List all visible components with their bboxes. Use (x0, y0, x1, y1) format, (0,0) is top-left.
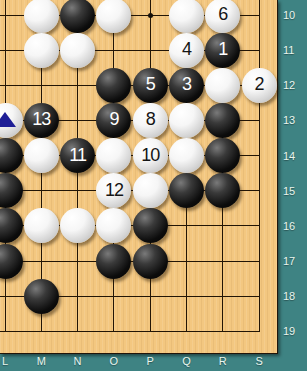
stone-L15-black[interactable] (0, 173, 23, 208)
column-label-P: P (141, 356, 159, 367)
stone-M18-black[interactable] (24, 279, 59, 314)
move-number-13: 13 (32, 110, 50, 128)
stone-N14-black[interactable]: 11 (60, 138, 95, 173)
stone-R13-black[interactable] (205, 103, 240, 138)
stone-P14-white[interactable]: 10 (133, 138, 168, 173)
move-number-11: 11 (69, 146, 86, 164)
move-number-2: 2 (255, 75, 264, 93)
stone-R14-black[interactable] (205, 138, 240, 173)
stone-P16-black[interactable] (133, 208, 168, 243)
row-label-18: 18 (283, 291, 307, 302)
column-label-S: S (250, 356, 268, 367)
stone-N16-white[interactable] (60, 208, 95, 243)
stone-O12-black[interactable] (96, 68, 131, 103)
stone-M10-white[interactable] (24, 0, 59, 33)
stone-Q14-white[interactable] (169, 138, 204, 173)
stone-M14-white[interactable] (24, 138, 59, 173)
move-number-10: 10 (141, 146, 159, 164)
stone-N10-black[interactable] (60, 0, 95, 33)
stone-P13-white[interactable]: 8 (133, 103, 168, 138)
stone-O13-black[interactable]: 9 (96, 103, 131, 138)
row-label-13: 13 (283, 115, 307, 126)
stone-M16-white[interactable] (24, 208, 59, 243)
row-label-11: 11 (283, 45, 307, 56)
stone-P15-white[interactable] (133, 173, 168, 208)
stone-L17-black[interactable] (0, 244, 23, 279)
row-label-17: 17 (283, 256, 307, 267)
stone-L13-white[interactable] (0, 103, 23, 138)
stone-O16-white[interactable] (96, 208, 131, 243)
row-label-16: 16 (283, 221, 307, 232)
move-number-3: 3 (182, 75, 191, 93)
stone-O14-white[interactable] (96, 138, 131, 173)
move-number-4: 4 (182, 40, 191, 58)
stone-M13-black[interactable]: 13 (24, 103, 59, 138)
stone-N11-white[interactable] (60, 33, 95, 68)
move-number-9: 9 (109, 110, 118, 128)
column-label-R: R (214, 356, 232, 367)
stone-R10-white[interactable]: 6 (205, 0, 240, 33)
move-number-12: 12 (105, 181, 123, 199)
stone-Q13-white[interactable] (169, 103, 204, 138)
stone-O10-white[interactable] (96, 0, 131, 33)
column-label-N: N (69, 356, 87, 367)
stone-L16-black[interactable] (0, 208, 23, 243)
stone-P17-black[interactable] (133, 244, 168, 279)
move-number-8: 8 (146, 110, 155, 128)
move-number-1: 1 (218, 40, 227, 58)
go-board[interactable]: 6415321398111012 (0, 0, 278, 354)
column-label-Q: Q (178, 356, 196, 367)
column-label-O: O (105, 356, 123, 367)
row-label-10: 10 (283, 10, 307, 21)
stone-Q15-black[interactable] (169, 173, 204, 208)
column-label-M: M (32, 356, 50, 367)
row-label-12: 12 (283, 80, 307, 91)
row-label-19: 19 (283, 326, 307, 337)
row-label-14: 14 (283, 151, 307, 162)
stone-Q10-white[interactable] (169, 0, 204, 33)
stone-R12-white[interactable] (205, 68, 240, 103)
move-number-5: 5 (146, 75, 155, 93)
grid-line-row-19 (0, 331, 260, 332)
go-app-window: 6415321398111012 10111213141516171819LMN… (0, 0, 307, 371)
stone-S12-white[interactable]: 2 (242, 68, 277, 103)
stone-R11-black[interactable]: 1 (205, 33, 240, 68)
stone-O15-white[interactable]: 12 (96, 173, 131, 208)
stone-Q12-black[interactable]: 3 (169, 68, 204, 103)
stone-Q11-white[interactable]: 4 (169, 33, 204, 68)
star-point-P10 (148, 13, 153, 18)
stone-O17-black[interactable] (96, 244, 131, 279)
stone-L14-black[interactable] (0, 138, 23, 173)
triangle-marker-icon (0, 112, 16, 127)
stone-P12-black[interactable]: 5 (133, 68, 168, 103)
row-label-15: 15 (283, 186, 307, 197)
column-label-L: L (0, 356, 14, 367)
move-number-6: 6 (218, 5, 227, 23)
stone-R15-black[interactable] (205, 173, 240, 208)
stone-M11-white[interactable] (24, 33, 59, 68)
